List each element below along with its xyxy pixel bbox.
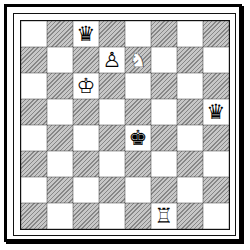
square-h5[interactable]: ♛	[203, 99, 229, 125]
square-a2[interactable]	[21, 177, 47, 203]
square-f2[interactable]	[151, 177, 177, 203]
square-e8[interactable]	[125, 21, 151, 47]
square-c2[interactable]	[73, 177, 99, 203]
square-f6[interactable]	[151, 73, 177, 99]
square-d4[interactable]	[99, 125, 125, 151]
square-a7[interactable]	[21, 47, 47, 73]
square-g4[interactable]	[177, 125, 203, 151]
chess-diagram: ♛♟♙♞♘♚♔♛♚♜♖	[0, 0, 250, 250]
square-h2[interactable]	[203, 177, 229, 203]
square-g6[interactable]	[177, 73, 203, 99]
square-h6[interactable]	[203, 73, 229, 99]
black-queen[interactable]: ♛	[73, 21, 99, 47]
square-d6[interactable]	[99, 73, 125, 99]
white-knight[interactable]: ♘	[125, 47, 151, 73]
square-g2[interactable]	[177, 177, 203, 203]
white-king[interactable]: ♔	[73, 73, 99, 99]
square-a3[interactable]	[21, 151, 47, 177]
square-e5[interactable]	[125, 99, 151, 125]
square-g1[interactable]	[177, 203, 203, 229]
square-e3[interactable]	[125, 151, 151, 177]
square-c5[interactable]	[73, 99, 99, 125]
square-b7[interactable]	[47, 47, 73, 73]
square-c8[interactable]: ♛	[73, 21, 99, 47]
square-a6[interactable]	[21, 73, 47, 99]
square-b8[interactable]	[47, 21, 73, 47]
square-g3[interactable]	[177, 151, 203, 177]
square-f4[interactable]	[151, 125, 177, 151]
square-f3[interactable]	[151, 151, 177, 177]
square-c6[interactable]: ♚♔	[73, 73, 99, 99]
square-e7[interactable]: ♞♘	[125, 47, 151, 73]
square-h7[interactable]	[203, 47, 229, 73]
square-h3[interactable]	[203, 151, 229, 177]
square-f8[interactable]	[151, 21, 177, 47]
square-c1[interactable]	[73, 203, 99, 229]
white-rook[interactable]: ♖	[151, 203, 177, 229]
square-d1[interactable]	[99, 203, 125, 229]
square-b2[interactable]	[47, 177, 73, 203]
square-a4[interactable]	[21, 125, 47, 151]
square-h1[interactable]	[203, 203, 229, 229]
square-a1[interactable]	[21, 203, 47, 229]
square-g7[interactable]	[177, 47, 203, 73]
square-d5[interactable]	[99, 99, 125, 125]
square-d8[interactable]	[99, 21, 125, 47]
square-f5[interactable]	[151, 99, 177, 125]
chess-board: ♛♟♙♞♘♚♔♛♚♜♖	[20, 20, 230, 230]
square-b4[interactable]	[47, 125, 73, 151]
square-d2[interactable]	[99, 177, 125, 203]
square-b5[interactable]	[47, 99, 73, 125]
white-pawn[interactable]: ♙	[99, 47, 125, 73]
square-h4[interactable]	[203, 125, 229, 151]
square-f7[interactable]	[151, 47, 177, 73]
black-king[interactable]: ♚	[125, 125, 151, 151]
square-h8[interactable]	[203, 21, 229, 47]
square-c3[interactable]	[73, 151, 99, 177]
square-c7[interactable]	[73, 47, 99, 73]
square-e6[interactable]	[125, 73, 151, 99]
square-g5[interactable]	[177, 99, 203, 125]
square-a8[interactable]	[21, 21, 47, 47]
square-c4[interactable]	[73, 125, 99, 151]
square-e2[interactable]	[125, 177, 151, 203]
square-g8[interactable]	[177, 21, 203, 47]
square-a5[interactable]	[21, 99, 47, 125]
square-d7[interactable]: ♟♙	[99, 47, 125, 73]
black-queen[interactable]: ♛	[203, 99, 229, 125]
square-f1[interactable]: ♜♖	[151, 203, 177, 229]
square-e1[interactable]	[125, 203, 151, 229]
square-b1[interactable]	[47, 203, 73, 229]
square-b6[interactable]	[47, 73, 73, 99]
square-e4[interactable]: ♚	[125, 125, 151, 151]
square-d3[interactable]	[99, 151, 125, 177]
square-b3[interactable]	[47, 151, 73, 177]
